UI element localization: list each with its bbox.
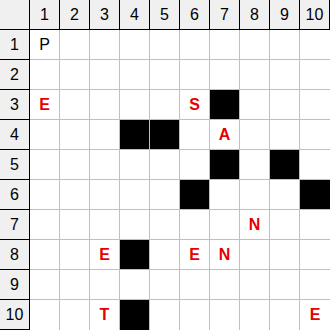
cell-r10-c4 bbox=[120, 300, 150, 330]
cell-r1-c4[interactable] bbox=[120, 30, 150, 60]
cell-r10-c6[interactable] bbox=[180, 300, 210, 330]
cell-r6-c10 bbox=[300, 180, 330, 210]
cell-r1-c3[interactable] bbox=[90, 30, 120, 60]
col-header-4: 4 bbox=[120, 0, 150, 30]
cell-r3-c5[interactable] bbox=[150, 90, 180, 120]
cell-r5-c1[interactable] bbox=[30, 150, 60, 180]
cell-r10-c7[interactable] bbox=[210, 300, 240, 330]
cell-r4-c3[interactable] bbox=[90, 120, 120, 150]
row-header-6: 6 bbox=[0, 180, 30, 210]
cell-letter: E bbox=[99, 246, 110, 264]
cell-r5-c10[interactable] bbox=[300, 150, 330, 180]
cell-r2-c9[interactable] bbox=[270, 60, 300, 90]
cell-r8-c10[interactable] bbox=[300, 240, 330, 270]
cell-r10-c10[interactable]: E bbox=[300, 300, 330, 330]
puzzle-board: 123456789101P23ES4A567N8EEN910TE bbox=[0, 0, 330, 330]
cell-r3-c8[interactable] bbox=[240, 90, 270, 120]
cell-r10-c2[interactable] bbox=[60, 300, 90, 330]
cell-r3-c9[interactable] bbox=[270, 90, 300, 120]
cell-letter: E bbox=[39, 96, 50, 114]
cell-r9-c2[interactable] bbox=[60, 270, 90, 300]
cell-r8-c5[interactable] bbox=[150, 240, 180, 270]
cell-r4-c7[interactable]: A bbox=[210, 120, 240, 150]
cell-r7-c3[interactable] bbox=[90, 210, 120, 240]
cell-r1-c5[interactable] bbox=[150, 30, 180, 60]
cell-r6-c5[interactable] bbox=[150, 180, 180, 210]
row-header-4: 4 bbox=[0, 120, 30, 150]
cell-r4-c2[interactable] bbox=[60, 120, 90, 150]
cell-r4-c8[interactable] bbox=[240, 120, 270, 150]
cell-r3-c7 bbox=[210, 90, 240, 120]
cell-r5-c6[interactable] bbox=[180, 150, 210, 180]
row-header-3: 3 bbox=[0, 90, 30, 120]
cell-r7-c10[interactable] bbox=[300, 210, 330, 240]
cell-r1-c2[interactable] bbox=[60, 30, 90, 60]
cell-r10-c8[interactable] bbox=[240, 300, 270, 330]
cell-r2-c10[interactable] bbox=[300, 60, 330, 90]
col-header-8: 8 bbox=[240, 0, 270, 30]
cell-r1-c1[interactable]: P bbox=[30, 30, 60, 60]
cell-r3-c10[interactable] bbox=[300, 90, 330, 120]
col-header-9: 9 bbox=[270, 0, 300, 30]
cell-r2-c1[interactable] bbox=[30, 60, 60, 90]
cell-r7-c4[interactable] bbox=[120, 210, 150, 240]
cell-r8-c7[interactable]: N bbox=[210, 240, 240, 270]
cell-r6-c1[interactable] bbox=[30, 180, 60, 210]
cell-r4-c5 bbox=[150, 120, 180, 150]
col-header-6: 6 bbox=[180, 0, 210, 30]
cell-r5-c8[interactable] bbox=[240, 150, 270, 180]
cell-r9-c9[interactable] bbox=[270, 270, 300, 300]
cell-r1-c8[interactable] bbox=[240, 30, 270, 60]
cell-r7-c2[interactable] bbox=[60, 210, 90, 240]
cell-r3-c2[interactable] bbox=[60, 90, 90, 120]
cell-r2-c8[interactable] bbox=[240, 60, 270, 90]
cell-r5-c5[interactable] bbox=[150, 150, 180, 180]
row-header-8: 8 bbox=[0, 240, 30, 270]
cell-r9-c8[interactable] bbox=[240, 270, 270, 300]
cell-r7-c9[interactable] bbox=[270, 210, 300, 240]
cell-r8-c2[interactable] bbox=[60, 240, 90, 270]
cell-r7-c6[interactable] bbox=[180, 210, 210, 240]
col-header-3: 3 bbox=[90, 0, 120, 30]
cell-r3-c6[interactable]: S bbox=[180, 90, 210, 120]
cell-letter: T bbox=[100, 306, 110, 324]
cell-r1-c10[interactable] bbox=[300, 30, 330, 60]
cell-r2-c5[interactable] bbox=[150, 60, 180, 90]
cell-r3-c4[interactable] bbox=[120, 90, 150, 120]
cell-r7-c8[interactable]: N bbox=[240, 210, 270, 240]
cell-r8-c8[interactable] bbox=[240, 240, 270, 270]
cell-r8-c3[interactable]: E bbox=[90, 240, 120, 270]
cell-letter: N bbox=[219, 246, 231, 264]
cell-r2-c6[interactable] bbox=[180, 60, 210, 90]
cell-r4-c6[interactable] bbox=[180, 120, 210, 150]
cell-r6-c9[interactable] bbox=[270, 180, 300, 210]
cell-r6-c3[interactable] bbox=[90, 180, 120, 210]
cell-r10-c9[interactable] bbox=[270, 300, 300, 330]
cell-r7-c7[interactable] bbox=[210, 210, 240, 240]
cell-r5-c3[interactable] bbox=[90, 150, 120, 180]
cell-r4-c4 bbox=[120, 120, 150, 150]
row-header-1: 1 bbox=[0, 30, 30, 60]
cell-r9-c5[interactable] bbox=[150, 270, 180, 300]
cell-letter: A bbox=[219, 126, 231, 144]
cell-letter: E bbox=[310, 306, 321, 324]
cell-r6-c7[interactable] bbox=[210, 180, 240, 210]
cell-r9-c6[interactable] bbox=[180, 270, 210, 300]
cell-r2-c7[interactable] bbox=[210, 60, 240, 90]
corner-cell bbox=[0, 0, 30, 30]
col-header-2: 2 bbox=[60, 0, 90, 30]
cell-r2-c4[interactable] bbox=[120, 60, 150, 90]
cell-r2-c3[interactable] bbox=[90, 60, 120, 90]
col-header-1: 1 bbox=[30, 0, 60, 30]
cell-r8-c9[interactable] bbox=[270, 240, 300, 270]
cell-r3-c1[interactable]: E bbox=[30, 90, 60, 120]
cell-r7-c5[interactable] bbox=[150, 210, 180, 240]
cell-r1-c9[interactable] bbox=[270, 30, 300, 60]
cell-letter: S bbox=[189, 96, 200, 114]
cell-r2-c2[interactable] bbox=[60, 60, 90, 90]
row-header-2: 2 bbox=[0, 60, 30, 90]
row-header-5: 5 bbox=[0, 150, 30, 180]
cell-r9-c1[interactable] bbox=[30, 270, 60, 300]
cell-letter: N bbox=[249, 216, 261, 234]
cell-r5-c2[interactable] bbox=[60, 150, 90, 180]
cell-r1-c6[interactable] bbox=[180, 30, 210, 60]
cell-r5-c4[interactable] bbox=[120, 150, 150, 180]
cell-r6-c6 bbox=[180, 180, 210, 210]
row-header-9: 9 bbox=[0, 270, 30, 300]
cell-letter: E bbox=[189, 246, 200, 264]
cell-r8-c4 bbox=[120, 240, 150, 270]
cell-r8-c6[interactable]: E bbox=[180, 240, 210, 270]
row-header-10: 10 bbox=[0, 300, 30, 330]
cell-r10-c1[interactable] bbox=[30, 300, 60, 330]
col-header-7: 7 bbox=[210, 0, 240, 30]
cell-r6-c2[interactable] bbox=[60, 180, 90, 210]
row-header-7: 7 bbox=[0, 210, 30, 240]
col-header-5: 5 bbox=[150, 0, 180, 30]
cell-r10-c3[interactable]: T bbox=[90, 300, 120, 330]
cell-r5-c9 bbox=[270, 150, 300, 180]
cell-r9-c3[interactable] bbox=[90, 270, 120, 300]
cell-r4-c1[interactable] bbox=[30, 120, 60, 150]
cell-r6-c8[interactable] bbox=[240, 180, 270, 210]
cell-r5-c7 bbox=[210, 150, 240, 180]
cell-r10-c5[interactable] bbox=[150, 300, 180, 330]
cell-r6-c4[interactable] bbox=[120, 180, 150, 210]
cell-r7-c1[interactable] bbox=[30, 210, 60, 240]
cell-r3-c3[interactable] bbox=[90, 90, 120, 120]
col-header-10: 10 bbox=[300, 0, 330, 30]
cell-r4-c9[interactable] bbox=[270, 120, 300, 150]
cell-r9-c4[interactable] bbox=[120, 270, 150, 300]
cell-r1-c7[interactable] bbox=[210, 30, 240, 60]
cell-r8-c1[interactable] bbox=[30, 240, 60, 270]
cell-r9-c10[interactable] bbox=[300, 270, 330, 300]
cell-letter: P bbox=[39, 36, 50, 54]
cell-r9-c7[interactable] bbox=[210, 270, 240, 300]
cell-r4-c10[interactable] bbox=[300, 120, 330, 150]
